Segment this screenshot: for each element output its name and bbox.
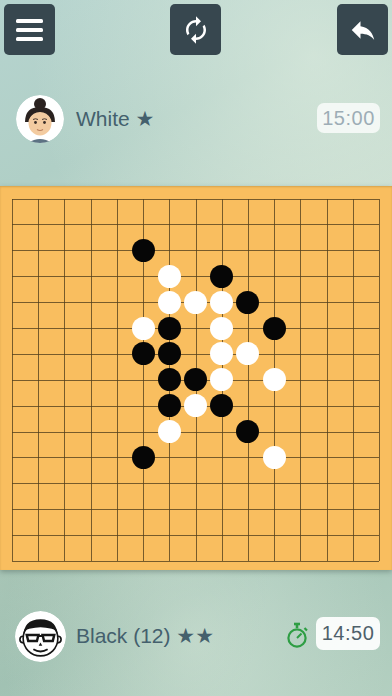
board-grid-line-h <box>12 509 379 510</box>
black-stone <box>132 446 155 469</box>
black-stone <box>132 239 155 262</box>
board-grid-line-h <box>12 561 379 562</box>
white-stone <box>158 265 181 288</box>
board-grid-line-v <box>353 199 354 562</box>
white-stone <box>184 291 207 314</box>
black-stone <box>210 394 233 417</box>
sync-refresh-icon <box>181 15 211 45</box>
black-stone <box>158 342 181 365</box>
board-grid-line-h <box>12 457 379 458</box>
white-player-name: White ★ <box>76 107 154 131</box>
board-grid-line-v <box>248 199 249 562</box>
black-timer: 14:50 <box>316 617 380 650</box>
white-stone <box>210 368 233 391</box>
black-stone <box>263 317 286 340</box>
black-stone <box>158 317 181 340</box>
stopwatch-icon <box>284 622 310 650</box>
white-stone <box>132 317 155 340</box>
board-grid-line-v <box>300 199 301 562</box>
black-player-avatar <box>15 611 66 662</box>
white-stone <box>158 420 181 443</box>
black-player-name: Black (12) ★★ <box>76 624 214 648</box>
black-stone <box>132 342 155 365</box>
hamburger-icon <box>16 19 43 41</box>
undo-arrow-icon <box>348 15 378 45</box>
black-stone <box>158 394 181 417</box>
board-grid-line-v <box>379 199 380 562</box>
white-stone <box>184 394 207 417</box>
white-player-avatar <box>16 95 64 143</box>
board-grid-line-h <box>12 483 379 484</box>
board-grid-line-h <box>12 432 379 433</box>
menu-button[interactable] <box>4 4 55 55</box>
board-grid-line-h <box>12 535 379 536</box>
white-stone <box>210 291 233 314</box>
white-stone <box>210 317 233 340</box>
white-stone <box>263 368 286 391</box>
board-grid-line-v <box>327 199 328 562</box>
board[interactable] <box>0 186 392 570</box>
sync-button[interactable] <box>170 4 221 55</box>
black-stone <box>210 265 233 288</box>
black-stone <box>158 368 181 391</box>
black-stone <box>184 368 207 391</box>
white-stone <box>210 342 233 365</box>
undo-button[interactable] <box>337 4 388 55</box>
white-timer: 15:00 <box>317 103 380 133</box>
app-background: White ★ 15:00 Black (12) ★★ <box>0 0 392 696</box>
white-stone <box>158 291 181 314</box>
white-stone <box>236 342 259 365</box>
white-stone <box>263 446 286 469</box>
black-stone <box>236 420 259 443</box>
black-stone <box>236 291 259 314</box>
